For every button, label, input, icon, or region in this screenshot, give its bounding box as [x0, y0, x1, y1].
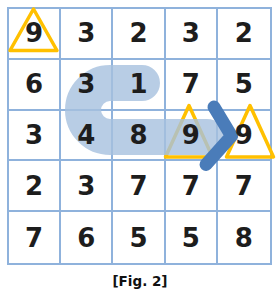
cell-value: 3	[25, 122, 43, 148]
cell-r2c1: 6	[9, 60, 61, 111]
cell-r1c2: 3	[61, 9, 113, 60]
cell-value: 1	[129, 71, 147, 97]
figure-page: 9 3 2 3 2 6 3 1 7 5 3 4 8 9 9 2 3 7 7 7 …	[0, 0, 280, 299]
cell-r5c3: 5	[113, 212, 165, 263]
cell-value: 3	[77, 71, 95, 97]
cell-r4c4: 7	[166, 161, 218, 212]
cell-r4c1: 2	[9, 161, 61, 212]
cell-value: 3	[77, 20, 95, 46]
cell-r5c5: 8	[218, 212, 270, 263]
cell-r4c5: 7	[218, 161, 270, 212]
cell-r3c5: 9	[218, 111, 270, 162]
cell-r1c3: 2	[113, 9, 165, 60]
cell-value: 7	[235, 173, 253, 199]
cell-value: 6	[25, 71, 43, 97]
puzzle-grid: 9 3 2 3 2 6 3 1 7 5 3 4 8 9 9 2 3 7 7 7 …	[7, 7, 272, 265]
cell-value: 5	[235, 71, 253, 97]
cell-value: 3	[182, 20, 200, 46]
cell-r4c2: 3	[61, 161, 113, 212]
cell-value: 6	[77, 225, 95, 251]
cell-r5c1: 7	[9, 212, 61, 263]
cell-value: 8	[235, 225, 253, 251]
cell-value: 5	[182, 225, 200, 251]
cell-value: 5	[129, 225, 147, 251]
cell-value: 7	[129, 173, 147, 199]
cell-r2c2: 3	[61, 60, 113, 111]
cell-value: 2	[129, 20, 147, 46]
cell-r5c2: 6	[61, 212, 113, 263]
cell-value: 2	[235, 20, 253, 46]
cell-value: 7	[182, 71, 200, 97]
cell-r5c4: 5	[166, 212, 218, 263]
cell-r2c3: 1	[113, 60, 165, 111]
figure-caption: [Fig. 2]	[0, 273, 280, 289]
cell-r3c4: 9	[166, 111, 218, 162]
cell-r1c1: 9	[9, 9, 61, 60]
cell-value: 7	[25, 225, 43, 251]
cell-value: 7	[182, 173, 200, 199]
cell-value: 9	[182, 122, 200, 148]
cell-value: 8	[129, 122, 147, 148]
cell-value: 3	[77, 173, 95, 199]
cell-value: 4	[77, 122, 95, 148]
cell-r2c4: 7	[166, 60, 218, 111]
cell-value: 9	[235, 122, 253, 148]
cell-value: 9	[25, 20, 43, 46]
cell-r3c2: 4	[61, 111, 113, 162]
cell-r1c4: 3	[166, 9, 218, 60]
cell-r4c3: 7	[113, 161, 165, 212]
cell-r3c1: 3	[9, 111, 61, 162]
cell-value: 2	[25, 173, 43, 199]
cell-r1c5: 2	[218, 9, 270, 60]
cell-r3c3: 8	[113, 111, 165, 162]
cell-r2c5: 5	[218, 60, 270, 111]
